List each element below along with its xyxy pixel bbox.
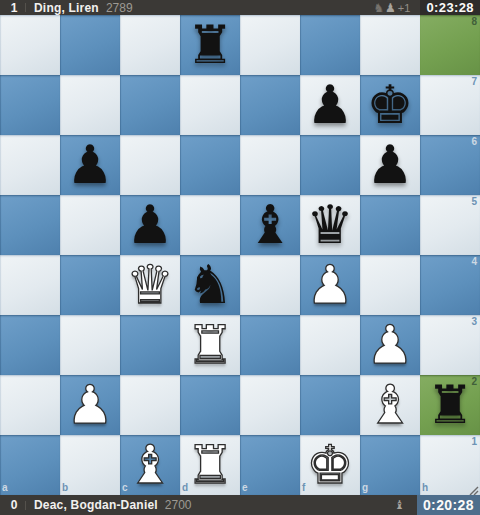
black-pawn[interactable]: ♟ — [306, 75, 354, 135]
square-g7[interactable]: ♚ — [360, 75, 420, 135]
square-g4[interactable] — [360, 255, 420, 315]
square-g5[interactable] — [360, 195, 420, 255]
square-a8[interactable] — [0, 15, 60, 75]
square-d4[interactable]: ♞ — [180, 255, 240, 315]
square-h8[interactable]: 8 — [420, 15, 480, 75]
rank-label-5: 5 — [471, 197, 477, 207]
pawn-icon: ♟ — [385, 2, 396, 14]
black-pawn[interactable]: ♟ — [66, 135, 114, 195]
square-g6[interactable]: ♟ — [360, 135, 420, 195]
square-d3[interactable]: ♜ — [180, 315, 240, 375]
rank-label-3: 3 — [471, 317, 477, 327]
file-label-h: h — [422, 483, 428, 493]
player-bar-top: 1 Ding, Liren 2789 ♞♟ +1 0:23:28 — [0, 0, 480, 15]
chess-board[interactable]: ♜8♟♚7♟♟6♟♝♛5♛♞♟4♜♟3♟♝2♜abc♝d♜ef♚gh1 — [0, 15, 480, 495]
square-d5[interactable] — [180, 195, 240, 255]
square-h2[interactable]: 2♜ — [420, 375, 480, 435]
white-bishop[interactable]: ♝ — [126, 435, 174, 495]
square-a1[interactable]: a — [0, 435, 60, 495]
square-d7[interactable] — [180, 75, 240, 135]
square-c4[interactable]: ♛ — [120, 255, 180, 315]
top-material-points: +1 — [398, 2, 411, 14]
square-c8[interactable] — [120, 15, 180, 75]
square-f4[interactable]: ♟ — [300, 255, 360, 315]
white-bishop[interactable]: ♝ — [366, 375, 414, 435]
knight-icon: ♞ — [373, 2, 384, 14]
square-b4[interactable] — [60, 255, 120, 315]
black-queen[interactable]: ♛ — [306, 195, 354, 255]
bottom-player-rating: 2700 — [165, 498, 192, 512]
top-player-name[interactable]: Ding, Liren — [34, 1, 99, 15]
square-c1[interactable]: c♝ — [120, 435, 180, 495]
square-b7[interactable] — [60, 75, 120, 135]
square-d6[interactable] — [180, 135, 240, 195]
square-f1[interactable]: f♚ — [300, 435, 360, 495]
rank-label-6: 6 — [471, 137, 477, 147]
square-c3[interactable] — [120, 315, 180, 375]
square-b1[interactable]: b — [60, 435, 120, 495]
rank-label-1: 1 — [471, 437, 477, 447]
square-d2[interactable] — [180, 375, 240, 435]
square-d1[interactable]: d♜ — [180, 435, 240, 495]
rank-label-4: 4 — [471, 257, 477, 267]
black-king[interactable]: ♚ — [366, 75, 414, 135]
black-knight[interactable]: ♞ — [186, 255, 234, 315]
square-g3[interactable]: ♟ — [360, 315, 420, 375]
square-h4[interactable]: 4 — [420, 255, 480, 315]
square-a2[interactable] — [0, 375, 60, 435]
white-rook[interactable]: ♜ — [186, 435, 234, 495]
black-rook[interactable]: ♜ — [186, 15, 234, 75]
square-e4[interactable] — [240, 255, 300, 315]
white-pawn[interactable]: ♟ — [66, 375, 114, 435]
square-d8[interactable]: ♜ — [180, 15, 240, 75]
player-bar-bottom: 0 Deac, Bogdan-Daniel 2700 ♝ 0:20:28 — [0, 495, 480, 515]
square-a5[interactable] — [0, 195, 60, 255]
white-pawn[interactable]: ♟ — [366, 315, 414, 375]
board-resize-handle[interactable] — [467, 482, 479, 494]
square-f5[interactable]: ♛ — [300, 195, 360, 255]
square-f7[interactable]: ♟ — [300, 75, 360, 135]
black-pawn[interactable]: ♟ — [366, 135, 414, 195]
square-b5[interactable] — [60, 195, 120, 255]
file-label-e: e — [242, 483, 248, 493]
square-e6[interactable] — [240, 135, 300, 195]
square-e7[interactable] — [240, 75, 300, 135]
top-material-advantage: ♞♟ — [373, 2, 396, 14]
square-a4[interactable] — [0, 255, 60, 315]
square-b3[interactable] — [60, 315, 120, 375]
bar-divider — [25, 501, 26, 510]
square-h6[interactable]: 6 — [420, 135, 480, 195]
top-player-score: 1 — [8, 1, 20, 15]
file-label-f: f — [302, 483, 305, 493]
bottom-player-clock: 0:20:28 — [417, 495, 480, 515]
black-pawn[interactable]: ♟ — [126, 195, 174, 255]
square-b6[interactable]: ♟ — [60, 135, 120, 195]
file-label-g: g — [362, 483, 368, 493]
square-e8[interactable] — [240, 15, 300, 75]
rank-label-8: 8 — [471, 17, 477, 27]
file-label-b: b — [62, 483, 68, 493]
black-rook[interactable]: ♜ — [426, 375, 474, 435]
chess-broadcast-window: 1 Ding, Liren 2789 ♞♟ +1 0:23:28 ♜8♟♚7♟♟… — [0, 0, 480, 515]
square-g8[interactable] — [360, 15, 420, 75]
square-g2[interactable]: ♝ — [360, 375, 420, 435]
square-e5[interactable]: ♝ — [240, 195, 300, 255]
square-h7[interactable]: 7 — [420, 75, 480, 135]
square-c5[interactable]: ♟ — [120, 195, 180, 255]
square-a3[interactable] — [0, 315, 60, 375]
square-f3[interactable] — [300, 315, 360, 375]
square-e2[interactable] — [240, 375, 300, 435]
square-c2[interactable] — [120, 375, 180, 435]
bottom-player-score: 0 — [8, 498, 20, 512]
square-b8[interactable] — [60, 15, 120, 75]
top-player-rating: 2789 — [106, 1, 133, 15]
white-queen[interactable]: ♛ — [126, 255, 174, 315]
file-label-a: a — [2, 483, 8, 493]
bishop-icon: ♝ — [394, 499, 405, 511]
square-h5[interactable]: 5 — [420, 195, 480, 255]
square-a7[interactable] — [0, 75, 60, 135]
white-king[interactable]: ♚ — [306, 435, 354, 495]
square-h3[interactable]: 3 — [420, 315, 480, 375]
square-e1[interactable]: e — [240, 435, 300, 495]
square-c6[interactable] — [120, 135, 180, 195]
top-player-clock: 0:23:28 — [420, 0, 480, 15]
square-c7[interactable] — [120, 75, 180, 135]
bottom-player-name[interactable]: Deac, Bogdan-Daniel — [34, 498, 158, 512]
white-pawn[interactable]: ♟ — [306, 255, 354, 315]
bottom-material-advantage: ♝ — [394, 499, 405, 511]
black-bishop[interactable]: ♝ — [246, 195, 294, 255]
square-f2[interactable] — [300, 375, 360, 435]
square-f6[interactable] — [300, 135, 360, 195]
square-a6[interactable] — [0, 135, 60, 195]
square-b2[interactable]: ♟ — [60, 375, 120, 435]
square-f8[interactable] — [300, 15, 360, 75]
rank-label-7: 7 — [471, 77, 477, 87]
square-e3[interactable] — [240, 315, 300, 375]
square-g1[interactable]: g — [360, 435, 420, 495]
bar-divider — [25, 3, 26, 12]
white-rook[interactable]: ♜ — [186, 315, 234, 375]
